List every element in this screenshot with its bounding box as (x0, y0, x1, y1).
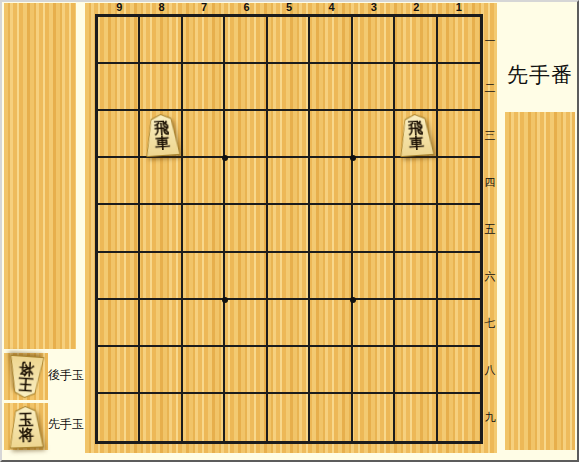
board-cell (183, 205, 225, 252)
star-point (222, 297, 228, 303)
board-cell (98, 158, 140, 205)
rank-label-5: 五 (484, 223, 496, 235)
board-cell (438, 300, 480, 347)
rank-label-4: 四 (484, 176, 496, 188)
board-cell (310, 253, 352, 300)
koma-body: 玉将 (8, 405, 43, 448)
board-cell (140, 205, 182, 252)
right-wood-strip (505, 112, 575, 450)
board-cell (310, 64, 352, 111)
star-point (350, 297, 356, 303)
board-piece-rook-8三: 飛車 (143, 113, 180, 157)
board-cell (183, 300, 225, 347)
koma-body: 飛車 (398, 113, 435, 157)
board-cell (395, 64, 437, 111)
board-cell (395, 347, 437, 394)
rank-label-7: 七 (484, 317, 496, 329)
board-cell (183, 64, 225, 111)
board-cell (98, 205, 140, 252)
koma-face: 飛車 (144, 114, 179, 156)
board-cell (310, 300, 352, 347)
board-cell (98, 300, 140, 347)
board-cell (183, 347, 225, 394)
board-cell (98, 111, 140, 158)
board-cell (183, 394, 225, 441)
koma-kanji: 車 (154, 135, 170, 151)
file-label-2: 2 (395, 1, 437, 13)
board-cell (225, 64, 267, 111)
board-cell (140, 253, 182, 300)
board-cell (268, 394, 310, 441)
rank-label-3: 三 (484, 129, 496, 141)
board-cell (225, 111, 267, 158)
board-cell (268, 111, 310, 158)
star-point (350, 155, 356, 161)
file-label-1: 1 (438, 1, 480, 13)
file-label-5: 5 (268, 1, 310, 13)
board-cell (438, 64, 480, 111)
board-cell (310, 17, 352, 64)
board-cell (353, 17, 395, 64)
board-cell (353, 394, 395, 441)
shogi-diagram: 王将 後手玉 玉将 先手玉 987654321一二三四五六七八九飛車飛車 先手番 (0, 0, 579, 462)
board-cell (438, 347, 480, 394)
sente-king-stand: 玉将 (4, 403, 48, 450)
board-cell (225, 347, 267, 394)
board-cell (183, 253, 225, 300)
board-cell (140, 64, 182, 111)
board-piece-rook-2三: 飛車 (398, 113, 435, 157)
board-cell (438, 394, 480, 441)
board-cell (268, 347, 310, 394)
board-cell (395, 205, 437, 252)
board-cell (268, 300, 310, 347)
koma-kanji: 将 (19, 427, 35, 443)
board-cell (140, 394, 182, 441)
board-cell (310, 394, 352, 441)
board-cell (268, 205, 310, 252)
board-cell (268, 64, 310, 111)
file-label-4: 4 (310, 1, 352, 13)
board-cell (98, 394, 140, 441)
board-cell (353, 64, 395, 111)
gote-king-stand: 王将 (4, 353, 48, 400)
board-cell (268, 158, 310, 205)
board-cell (395, 394, 437, 441)
board-cell (225, 394, 267, 441)
board-cell (438, 158, 480, 205)
board-cell (395, 300, 437, 347)
koma-body: 飛車 (143, 113, 180, 157)
file-label-3: 3 (353, 1, 395, 13)
turn-indicator: 先手番 (507, 61, 573, 89)
file-label-8: 8 (140, 1, 182, 13)
board-cell (268, 17, 310, 64)
board-cell (353, 158, 395, 205)
board-cell (438, 205, 480, 252)
rank-label-1: 一 (484, 35, 496, 47)
board-cell (438, 111, 480, 158)
board-cell (140, 158, 182, 205)
file-label-6: 6 (225, 1, 267, 13)
board-cell (98, 253, 140, 300)
koma-kanji: 車 (409, 135, 425, 151)
board-cell (310, 158, 352, 205)
board-cell (395, 253, 437, 300)
board-cell (140, 300, 182, 347)
board-cell (98, 64, 140, 111)
board-cell (140, 347, 182, 394)
rank-label-2: 二 (484, 82, 496, 94)
board-cell (353, 205, 395, 252)
board-cell (183, 17, 225, 64)
board-cell (225, 205, 267, 252)
sente-king-piece: 玉将 (8, 405, 43, 448)
board-cell (353, 300, 395, 347)
koma-face: 飛車 (399, 114, 434, 156)
board-cell (438, 253, 480, 300)
board-cell (395, 158, 437, 205)
board-cell (310, 347, 352, 394)
file-label-9: 9 (98, 1, 140, 13)
rank-label-6: 六 (484, 270, 496, 282)
rank-label-9: 九 (484, 411, 496, 423)
koma-body: 王将 (8, 354, 45, 398)
board-cell (225, 253, 267, 300)
board-cell (438, 17, 480, 64)
board-cell (140, 17, 182, 64)
board-cell (98, 347, 140, 394)
board-cell (98, 17, 140, 64)
board-cell (183, 111, 225, 158)
board-cell (310, 111, 352, 158)
board-grid (95, 14, 483, 444)
board-cell (225, 300, 267, 347)
board-cell (268, 253, 310, 300)
shogi-board: 987654321一二三四五六七八九飛車飛車 (85, 3, 497, 453)
board-cell (225, 158, 267, 205)
koma-face: 王将 (9, 355, 44, 397)
koma-kanji: 将 (19, 360, 35, 376)
rank-label-8: 八 (484, 364, 496, 376)
gote-king-piece: 王将 (8, 354, 45, 398)
board-cell (353, 347, 395, 394)
board-cell (310, 205, 352, 252)
board-cell (183, 158, 225, 205)
board-cell (353, 253, 395, 300)
left-wood-strip (4, 3, 76, 349)
board-cell (353, 111, 395, 158)
koma-face: 玉将 (9, 406, 42, 447)
board-cell (395, 17, 437, 64)
file-label-7: 7 (183, 1, 225, 13)
board-cell (225, 17, 267, 64)
